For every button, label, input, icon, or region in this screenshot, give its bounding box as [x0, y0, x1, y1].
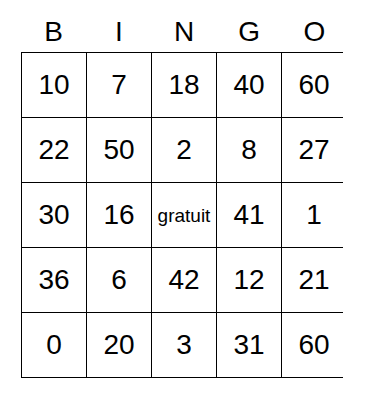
bingo-cell[interactable]: 20 — [87, 313, 151, 377]
free-cell[interactable]: gratuit — [152, 183, 216, 247]
bingo-cell[interactable]: 8 — [217, 118, 281, 182]
bingo-cell[interactable]: 1 — [282, 183, 346, 247]
bingo-cell[interactable]: 3 — [152, 313, 216, 377]
bingo-cell[interactable]: 2 — [152, 118, 216, 182]
header-letter-i: I — [115, 18, 123, 46]
header-letter-n: N — [174, 18, 194, 46]
header-letter-b: B — [44, 18, 63, 46]
bingo-cell[interactable]: 36 — [22, 248, 86, 312]
bingo-cell[interactable]: 30 — [22, 183, 86, 247]
bingo-cell[interactable]: 31 — [217, 313, 281, 377]
bingo-cell[interactable]: 50 — [87, 118, 151, 182]
bingo-cell[interactable]: 60 — [282, 53, 346, 117]
header-letter-o: O — [304, 18, 326, 46]
bingo-cell[interactable]: 22 — [22, 118, 86, 182]
header-letter-g: G — [238, 18, 260, 46]
bingo-cell[interactable]: 16 — [87, 183, 151, 247]
bingo-cell[interactable]: 18 — [152, 53, 216, 117]
bingo-cell[interactable]: 6 — [87, 248, 151, 312]
bingo-cell[interactable]: 42 — [152, 248, 216, 312]
bingo-cell[interactable]: 41 — [217, 183, 281, 247]
bingo-cell[interactable]: 10 — [22, 53, 86, 117]
bingo-cell[interactable]: 7 — [87, 53, 151, 117]
bingo-cell[interactable]: 0 — [22, 313, 86, 377]
bingo-cell[interactable]: 12 — [217, 248, 281, 312]
bingo-cell[interactable]: 21 — [282, 248, 346, 312]
bingo-header: BINGO — [21, 10, 347, 54]
bingo-cell[interactable]: 40 — [217, 53, 281, 117]
bingo-grid: 107184060225028273016gratuit411366421221… — [21, 52, 343, 378]
bingo-cell[interactable]: 60 — [282, 313, 346, 377]
bingo-cell[interactable]: 27 — [282, 118, 346, 182]
